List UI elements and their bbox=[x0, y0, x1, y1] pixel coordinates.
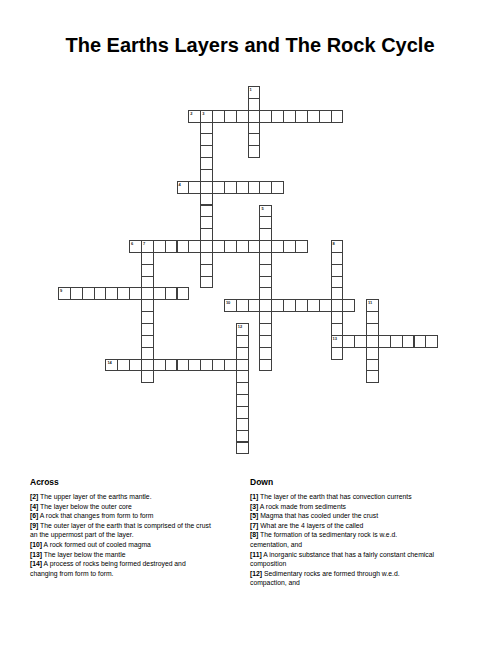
clue-text: A rock formed out of cooled magma bbox=[42, 541, 151, 548]
clue-number: 14 bbox=[107, 360, 111, 365]
grid-cell[interactable] bbox=[342, 299, 355, 312]
clue-number: 1 bbox=[250, 87, 252, 92]
clue-text: A rock that changes from form to form bbox=[38, 512, 153, 519]
clue-number: 2 bbox=[190, 111, 192, 116]
clue-item: [1] The layer of the earth that has conv… bbox=[250, 492, 472, 502]
grid-cell[interactable] bbox=[188, 240, 201, 253]
clue-number: 11 bbox=[368, 300, 372, 305]
grid-cell[interactable] bbox=[129, 287, 142, 300]
down-clues-section: Down [1] The layer of the earth that has… bbox=[250, 477, 472, 588]
grid-cell[interactable] bbox=[129, 359, 142, 372]
grid-cell[interactable] bbox=[319, 299, 332, 312]
clue-item: [10] A rock formed out of cooled magma bbox=[30, 540, 247, 550]
clue-item: [13] The layer below the mantle bbox=[30, 550, 247, 560]
clue-number-label: [12] bbox=[250, 570, 262, 577]
grid-cell[interactable] bbox=[224, 359, 237, 372]
grid-cell[interactable] bbox=[248, 299, 261, 312]
crossword-page: The Earths Layers and The Rock Cycle 123… bbox=[0, 0, 500, 647]
across-clues-section: Across [2] The upper layer of the earths… bbox=[30, 477, 247, 578]
clue-number: 7 bbox=[143, 241, 145, 246]
grid-cell[interactable] bbox=[295, 240, 308, 253]
grid-cell[interactable] bbox=[425, 335, 438, 348]
clue-number-label: [13] bbox=[30, 551, 42, 558]
clue-number: 8 bbox=[333, 241, 335, 246]
clue-item: [11] A inorganic substance that has a fa… bbox=[250, 550, 472, 569]
grid-cell[interactable] bbox=[331, 110, 344, 123]
clue-item: [3] A rock made from sediments bbox=[250, 502, 472, 512]
page-title: The Earths Layers and The Rock Cycle bbox=[0, 34, 500, 57]
clue-number: 5 bbox=[261, 206, 263, 211]
clue-text: The layer below the mantle bbox=[42, 551, 125, 558]
clue-item: [8] The formation of ta sedimentary rock… bbox=[250, 530, 472, 549]
clue-item: [9] The outer layer of the earth that is… bbox=[30, 521, 247, 540]
clue-text: The upper layer of the earths mantle. bbox=[38, 493, 151, 500]
clue-item: [12] Sedimentary rocks are formed throug… bbox=[250, 569, 472, 588]
grid-cell[interactable] bbox=[236, 442, 249, 455]
clue-text: Magma that has cooled under the crust bbox=[258, 512, 378, 519]
clue-number-label: [11] bbox=[250, 551, 262, 558]
clue-text: A rock made from sediments bbox=[258, 503, 346, 510]
clue-number: 12 bbox=[238, 324, 242, 329]
grid-cell[interactable] bbox=[248, 145, 261, 158]
clue-text: The outer layer of the earth that is com… bbox=[30, 522, 211, 539]
clue-number: 3 bbox=[202, 111, 204, 116]
grid-cell[interactable] bbox=[366, 370, 379, 383]
clue-item: [4] The layer below the outer core bbox=[30, 502, 247, 512]
grid-cell[interactable] bbox=[188, 181, 201, 194]
clue-text: What are the 4 layers of the called bbox=[258, 522, 363, 529]
down-header: Down bbox=[250, 477, 472, 487]
clue-text: The formation of ta sedimentary rock is … bbox=[250, 531, 397, 548]
clue-item: [14] A process of rocks being formed des… bbox=[30, 559, 247, 578]
clue-number: 13 bbox=[333, 336, 337, 341]
grid-cell[interactable] bbox=[177, 287, 190, 300]
clue-item: [6] A rock that changes from form to for… bbox=[30, 511, 247, 521]
clue-text: A inorganic substance that has a fairly … bbox=[250, 551, 434, 568]
clue-text: Sedimentary rocks are formed through w.e… bbox=[250, 570, 400, 587]
grid-cell[interactable] bbox=[236, 110, 249, 123]
clue-item: [7] What are the 4 layers of the called bbox=[250, 521, 472, 531]
grid-cell[interactable] bbox=[200, 276, 213, 289]
clue-number: 9 bbox=[60, 288, 62, 293]
grid-cell[interactable] bbox=[141, 370, 154, 383]
grid-cell[interactable] bbox=[354, 335, 367, 348]
clue-text: The layer of the earth that has convecti… bbox=[258, 493, 411, 500]
clue-number-label: [14] bbox=[30, 560, 42, 567]
down-clue-list: [1] The layer of the earth that has conv… bbox=[250, 492, 472, 588]
clue-text: The layer below the outer core bbox=[38, 503, 132, 510]
clue-item: [5] Magma that has cooled under the crus… bbox=[250, 511, 472, 521]
across-header: Across bbox=[30, 477, 247, 487]
clue-number: 4 bbox=[179, 182, 181, 187]
clue-number-label: [10] bbox=[30, 541, 42, 548]
grid-cell[interactable] bbox=[271, 181, 284, 194]
grid-cell[interactable] bbox=[259, 359, 272, 372]
across-clue-list: [2] The upper layer of the earths mantle… bbox=[30, 492, 247, 578]
grid-cell[interactable] bbox=[248, 240, 261, 253]
clue-number: 6 bbox=[131, 241, 133, 246]
clue-number: 10 bbox=[226, 300, 230, 305]
grid-cell[interactable] bbox=[331, 347, 344, 360]
clue-text: A process of rocks being formed destroye… bbox=[30, 560, 186, 577]
clue-item: [2] The upper layer of the earths mantle… bbox=[30, 492, 247, 502]
